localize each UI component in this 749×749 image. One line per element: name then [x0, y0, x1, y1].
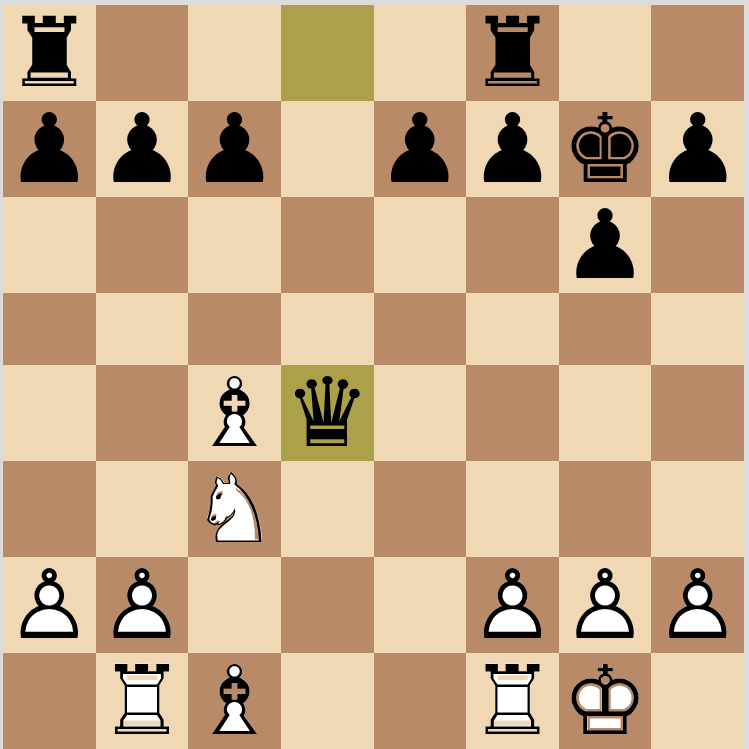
piece-black-pawn[interactable]: ♟ [466, 101, 559, 197]
square-c6[interactable] [188, 197, 281, 293]
piece-black-queen[interactable]: ♛ [281, 365, 374, 461]
square-g3[interactable] [559, 461, 652, 557]
square-e7[interactable]: ♟ [374, 101, 467, 197]
square-e2[interactable] [374, 557, 467, 653]
piece-white-bishop[interactable]: ♝♗ [188, 365, 281, 461]
piece-white-knight[interactable]: ♞♘ [188, 461, 281, 557]
square-b8[interactable] [96, 5, 189, 101]
square-b7[interactable]: ♟ [96, 101, 189, 197]
square-c5[interactable] [188, 293, 281, 365]
square-h7[interactable]: ♟ [651, 101, 744, 197]
black-rook-icon: ♜ [6, 5, 92, 101]
piece-white-pawn[interactable]: ♟♙ [651, 557, 744, 653]
black-king-icon: ♚ [562, 101, 648, 197]
square-b1[interactable]: ♜♖ [96, 653, 189, 749]
square-f1[interactable]: ♜♖ [466, 653, 559, 749]
square-h5[interactable] [651, 293, 744, 365]
white-pawn-icon: ♙ [562, 557, 648, 653]
square-d8[interactable] [281, 5, 374, 101]
square-e1[interactable] [374, 653, 467, 749]
square-f2[interactable]: ♟♙ [466, 557, 559, 653]
square-f8[interactable]: ♜ [466, 5, 559, 101]
square-g5[interactable] [559, 293, 652, 365]
square-d4[interactable]: ♛ [281, 365, 374, 461]
piece-black-pawn[interactable]: ♟ [651, 101, 744, 197]
square-a3[interactable] [3, 461, 96, 557]
piece-black-pawn[interactable]: ♟ [559, 197, 652, 293]
black-rook-icon: ♜ [469, 5, 555, 101]
white-pawn-icon: ♙ [99, 557, 185, 653]
square-a1[interactable] [3, 653, 96, 749]
square-a5[interactable] [3, 293, 96, 365]
piece-black-pawn[interactable]: ♟ [374, 101, 467, 197]
square-e4[interactable] [374, 365, 467, 461]
piece-black-pawn[interactable]: ♟ [96, 101, 189, 197]
square-d2[interactable] [281, 557, 374, 653]
black-pawn-icon: ♟ [192, 101, 278, 197]
white-knight-icon: ♘ [192, 461, 278, 557]
piece-black-king[interactable]: ♚ [559, 101, 652, 197]
square-b4[interactable] [96, 365, 189, 461]
square-g4[interactable] [559, 365, 652, 461]
page-background: ♜♜♟♟♟♟♟♚♟♟♝♗♛♞♘♟♙♟♙♟♙♟♙♟♙♜♖♝♗♜♖♚♔ [0, 0, 749, 749]
square-d6[interactable] [281, 197, 374, 293]
square-e3[interactable] [374, 461, 467, 557]
white-pawn-icon: ♙ [469, 557, 555, 653]
black-pawn-icon: ♟ [562, 197, 648, 293]
square-c8[interactable] [188, 5, 281, 101]
white-bishop-icon: ♗ [192, 653, 278, 749]
black-pawn-icon: ♟ [6, 101, 92, 197]
white-pawn-icon: ♙ [655, 557, 741, 653]
piece-white-rook[interactable]: ♜♖ [466, 653, 559, 749]
square-a4[interactable] [3, 365, 96, 461]
square-f4[interactable] [466, 365, 559, 461]
square-h6[interactable] [651, 197, 744, 293]
square-e6[interactable] [374, 197, 467, 293]
square-c1[interactable]: ♝♗ [188, 653, 281, 749]
square-h8[interactable] [651, 5, 744, 101]
piece-white-rook[interactable]: ♜♖ [96, 653, 189, 749]
white-pawn-icon: ♙ [6, 557, 92, 653]
square-e5[interactable] [374, 293, 467, 365]
white-king-icon: ♔ [562, 653, 648, 749]
square-f7[interactable]: ♟ [466, 101, 559, 197]
piece-white-pawn[interactable]: ♟♙ [559, 557, 652, 653]
piece-black-pawn[interactable]: ♟ [188, 101, 281, 197]
piece-white-pawn[interactable]: ♟♙ [3, 557, 96, 653]
piece-white-pawn[interactable]: ♟♙ [466, 557, 559, 653]
square-c7[interactable]: ♟ [188, 101, 281, 197]
square-d1[interactable] [281, 653, 374, 749]
square-g1[interactable]: ♚♔ [559, 653, 652, 749]
square-d5[interactable] [281, 293, 374, 365]
piece-black-pawn[interactable]: ♟ [3, 101, 96, 197]
piece-black-rook[interactable]: ♜ [466, 5, 559, 101]
white-rook-icon: ♖ [99, 653, 185, 749]
square-h2[interactable]: ♟♙ [651, 557, 744, 653]
black-pawn-icon: ♟ [655, 101, 741, 197]
square-g2[interactable]: ♟♙ [559, 557, 652, 653]
square-h1[interactable] [651, 653, 744, 749]
black-queen-icon: ♛ [284, 365, 370, 461]
square-b3[interactable] [96, 461, 189, 557]
white-bishop-icon: ♗ [192, 365, 278, 461]
square-d7[interactable] [281, 101, 374, 197]
square-g7[interactable]: ♚ [559, 101, 652, 197]
square-d3[interactable] [281, 461, 374, 557]
square-b2[interactable]: ♟♙ [96, 557, 189, 653]
square-c2[interactable] [188, 557, 281, 653]
square-g8[interactable] [559, 5, 652, 101]
piece-white-bishop[interactable]: ♝♗ [188, 653, 281, 749]
square-g6[interactable]: ♟ [559, 197, 652, 293]
square-a7[interactable]: ♟ [3, 101, 96, 197]
square-c3[interactable]: ♞♘ [188, 461, 281, 557]
square-e8[interactable] [374, 5, 467, 101]
black-pawn-icon: ♟ [99, 101, 185, 197]
square-f3[interactable] [466, 461, 559, 557]
square-b6[interactable] [96, 197, 189, 293]
piece-white-pawn[interactable]: ♟♙ [96, 557, 189, 653]
square-b5[interactable] [96, 293, 189, 365]
square-a2[interactable]: ♟♙ [3, 557, 96, 653]
square-h3[interactable] [651, 461, 744, 557]
chess-board: ♜♜♟♟♟♟♟♚♟♟♝♗♛♞♘♟♙♟♙♟♙♟♙♟♙♜♖♝♗♜♖♚♔ [3, 5, 744, 749]
black-pawn-icon: ♟ [469, 101, 555, 197]
square-f5[interactable] [466, 293, 559, 365]
piece-black-rook[interactable]: ♜ [3, 5, 96, 101]
square-c4[interactable]: ♝♗ [188, 365, 281, 461]
white-rook-icon: ♖ [469, 653, 555, 749]
square-h4[interactable] [651, 365, 744, 461]
black-pawn-icon: ♟ [377, 101, 463, 197]
piece-white-king[interactable]: ♚♔ [559, 653, 652, 749]
square-a6[interactable] [3, 197, 96, 293]
square-a8[interactable]: ♜ [3, 5, 96, 101]
square-f6[interactable] [466, 197, 559, 293]
